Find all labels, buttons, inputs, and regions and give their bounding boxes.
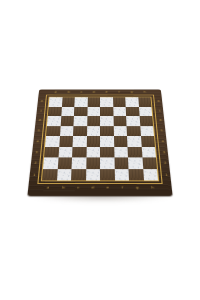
square-c7 [74,107,87,117]
square-c5 [73,126,87,136]
square-c2 [72,157,86,168]
coord-label: 4 [36,140,39,143]
coord-label: h [143,91,145,93]
square-d8 [87,97,100,106]
square-b8 [62,97,75,106]
coord-label: 4 [161,140,164,143]
product-photo: abcdefgh abcdefgh 87654321 87654321 [0,0,200,300]
coord-label: 1 [165,174,168,177]
square-e3 [100,147,114,158]
square-a7 [48,107,62,117]
square-d1 [85,169,100,181]
square-h2 [142,157,157,168]
square-b7 [61,107,74,117]
square-a1 [42,169,57,181]
coord-label: f [119,91,120,93]
square-f7 [113,107,126,117]
coord-label: d [93,91,95,93]
coord-label: a [46,186,49,189]
square-f8 [113,97,126,106]
square-f2 [114,157,128,168]
square-f4 [114,136,128,147]
square-e2 [100,157,114,168]
square-e4 [100,136,114,147]
coord-label: 3 [162,151,165,154]
square-g5 [127,126,141,136]
square-e1 [100,169,115,181]
square-e6 [100,116,113,126]
square-f5 [113,126,127,136]
square-h6 [139,116,153,126]
square-b2 [57,157,72,168]
coord-label: 5 [37,129,40,132]
square-f6 [113,116,126,126]
square-h5 [140,126,154,136]
square-h8 [138,97,151,106]
square-a2 [43,157,58,168]
square-f1 [114,169,129,181]
square-e5 [100,126,114,136]
square-b1 [56,169,71,181]
square-h4 [141,136,155,147]
coord-label: c [77,186,79,189]
square-g4 [127,136,141,147]
coord-label: e [107,186,109,189]
coord-label: 8 [157,100,159,102]
square-c1 [71,169,86,181]
square-e8 [100,97,113,106]
square-d7 [87,107,100,117]
coord-label: e [106,91,108,93]
square-a3 [44,147,59,158]
coord-label: c [80,91,82,93]
coord-label: a [54,91,56,93]
coord-label: 6 [38,119,41,122]
gold-inlay-frame [37,95,162,184]
square-a8 [49,97,62,106]
square-d5 [87,126,101,136]
square-h7 [138,107,152,117]
square-h1 [143,169,158,181]
coord-label: 7 [39,110,41,113]
square-d2 [86,157,100,168]
square-b6 [60,116,74,126]
chessboard: abcdefgh abcdefgh 87654321 87654321 [28,89,172,191]
square-c8 [74,97,87,106]
square-c6 [73,116,86,126]
square-a6 [47,116,61,126]
square-c4 [73,136,87,147]
file-labels-bottom: abcdefgh [40,185,160,190]
square-a5 [46,126,60,136]
square-g8 [125,97,138,106]
coord-label: h [151,186,154,189]
board-squares-grid [41,97,159,182]
square-g3 [127,147,141,158]
coord-label: 3 [35,151,38,154]
square-f3 [114,147,128,158]
square-e7 [100,107,113,117]
square-c3 [72,147,86,158]
coord-label: 5 [160,129,163,132]
square-g2 [128,157,143,168]
coord-label: d [92,186,95,189]
coord-label: 2 [34,162,37,165]
coord-label: 2 [164,162,167,165]
square-b5 [60,126,74,136]
coord-label: g [136,186,139,189]
coord-label: g [130,91,132,93]
square-d4 [86,136,100,147]
square-b3 [58,147,72,158]
square-g1 [128,169,143,181]
square-d3 [86,147,100,158]
coord-label: 7 [158,110,160,113]
chessboard-3d-wrapper: abcdefgh abcdefgh 87654321 87654321 [28,89,172,191]
file-labels-top: abcdefgh [49,90,151,93]
square-g6 [126,116,140,126]
coord-label: b [67,91,69,93]
square-d6 [87,116,100,126]
square-a4 [45,136,59,147]
square-b4 [59,136,73,147]
coord-label: 8 [40,100,42,102]
coord-label: 1 [33,174,36,177]
coord-label: b [62,186,65,189]
coord-label: 6 [159,119,162,122]
coord-label: f [122,186,124,189]
square-g7 [126,107,139,117]
square-h3 [141,147,156,158]
